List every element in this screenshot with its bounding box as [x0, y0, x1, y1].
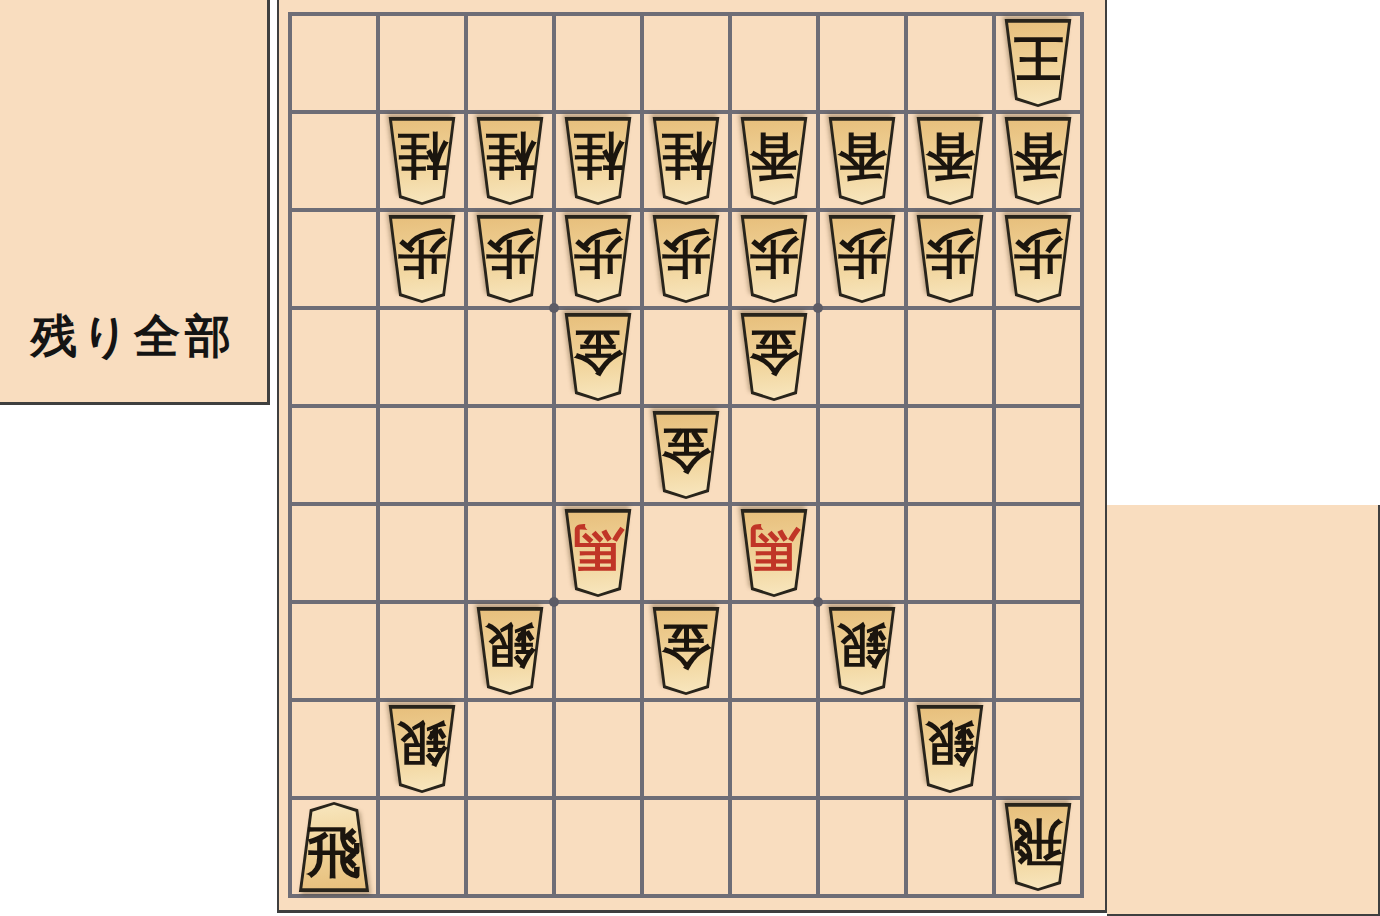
square-2f[interactable] [908, 506, 992, 600]
square-3h[interactable] [820, 702, 904, 796]
square-6e[interactable] [556, 408, 640, 502]
square-7c[interactable]: 歩 [468, 212, 552, 306]
piece-wood: 歩 [649, 215, 723, 303]
piece-wood: 銀 [913, 705, 987, 793]
square-9b[interactable] [292, 114, 376, 208]
square-4c[interactable]: 歩 [732, 212, 816, 306]
square-5a[interactable] [644, 16, 728, 110]
piece-wood: 銀 [385, 705, 459, 793]
piece-kanji: 歩 [397, 230, 447, 280]
square-5e[interactable]: 金 [644, 408, 728, 502]
square-7f[interactable] [468, 506, 552, 600]
square-6c[interactable]: 歩 [556, 212, 640, 306]
square-2e[interactable] [908, 408, 992, 502]
square-3b[interactable]: 香 [820, 114, 904, 208]
piece-sente-rook[interactable]: 飛 [295, 802, 373, 892]
piece-kanji: 金 [573, 328, 623, 378]
piece-wood: 銀 [473, 607, 547, 695]
piece-gote-pawn[interactable]: 歩 [473, 215, 547, 303]
square-5c[interactable]: 歩 [644, 212, 728, 306]
square-3c[interactable]: 歩 [820, 212, 904, 306]
square-9c[interactable] [292, 212, 376, 306]
square-1b[interactable]: 香 [996, 114, 1080, 208]
square-2d[interactable] [908, 310, 992, 404]
piece-kanji: 桂 [661, 132, 711, 182]
square-8h[interactable]: 銀 [380, 702, 464, 796]
square-9h[interactable] [292, 702, 376, 796]
square-6i[interactable] [556, 800, 640, 894]
piece-kanji: 香 [1013, 132, 1063, 182]
piece-gote-knight[interactable]: 桂 [385, 117, 459, 205]
piece-gote-rook[interactable]: 飛 [1001, 803, 1075, 891]
square-2h[interactable]: 銀 [908, 702, 992, 796]
piece-wood: 歩 [385, 215, 459, 303]
square-5d[interactable] [644, 310, 728, 404]
square-6h[interactable] [556, 702, 640, 796]
square-4b[interactable]: 香 [732, 114, 816, 208]
square-7b[interactable]: 桂 [468, 114, 552, 208]
square-1f[interactable] [996, 506, 1080, 600]
piece-kanji: 香 [837, 132, 887, 182]
piece-wood: 香 [1001, 117, 1075, 205]
piece-kanji: 金 [661, 622, 711, 672]
piece-wood: 歩 [825, 215, 899, 303]
piece-gote-promoted-bishop-horse[interactable]: 馬 [561, 509, 635, 597]
piece-wood: 桂 [649, 117, 723, 205]
square-6d[interactable]: 金 [556, 310, 640, 404]
square-4a[interactable] [732, 16, 816, 110]
square-9a[interactable] [292, 16, 376, 110]
star-point [813, 597, 823, 607]
piece-wood: 銀 [825, 607, 899, 695]
piece-kanji: 金 [749, 328, 799, 378]
square-7e[interactable] [468, 408, 552, 502]
piece-wood: 金 [737, 313, 811, 401]
piece-wood: 金 [649, 607, 723, 695]
square-6f[interactable]: 馬 [556, 506, 640, 600]
piece-wood: 馬 [737, 509, 811, 597]
piece-wood: 香 [825, 117, 899, 205]
square-9e[interactable] [292, 408, 376, 502]
square-2i[interactable] [908, 800, 992, 894]
piece-wood: 歩 [473, 215, 547, 303]
piece-kanji: 桂 [485, 132, 535, 182]
piece-gote-pawn[interactable]: 歩 [913, 215, 987, 303]
piece-kanji: 歩 [749, 230, 799, 280]
square-4g[interactable] [732, 604, 816, 698]
piece-kanji: 馬 [573, 524, 623, 574]
gote-hand-label: 残り全部 [31, 306, 236, 402]
piece-gote-gold[interactable]: 金 [561, 313, 635, 401]
piece-kanji: 飛 [307, 824, 362, 879]
shogi-board: 王桂桂桂桂香香香香歩歩歩歩歩歩歩歩金金金馬馬銀金銀銀銀飛飛 [277, 0, 1107, 913]
square-9g[interactable] [292, 604, 376, 698]
square-9d[interactable] [292, 310, 376, 404]
piece-kanji: 歩 [573, 230, 623, 280]
piece-gote-pawn[interactable]: 歩 [561, 215, 635, 303]
piece-wood: 王 [1001, 19, 1075, 107]
square-4d[interactable]: 金 [732, 310, 816, 404]
piece-wood: 飛 [295, 802, 373, 892]
piece-kanji: 銀 [485, 622, 535, 672]
square-8g[interactable] [380, 604, 464, 698]
square-4h[interactable] [732, 702, 816, 796]
square-7a[interactable] [468, 16, 552, 110]
piece-wood: 歩 [561, 215, 635, 303]
piece-gote-silver[interactable]: 銀 [913, 705, 987, 793]
square-2b[interactable]: 香 [908, 114, 992, 208]
piece-gote-pawn[interactable]: 歩 [1001, 215, 1075, 303]
square-9i[interactable]: 飛 [292, 800, 376, 894]
star-point [549, 303, 559, 313]
piece-kanji: 歩 [837, 230, 887, 280]
square-6a[interactable] [556, 16, 640, 110]
piece-wood: 歩 [913, 215, 987, 303]
piece-kanji: 金 [661, 426, 711, 476]
square-1e[interactable] [996, 408, 1080, 502]
square-1g[interactable] [996, 604, 1080, 698]
star-point [549, 597, 559, 607]
square-3f[interactable] [820, 506, 904, 600]
piece-wood: 金 [561, 313, 635, 401]
piece-wood: 桂 [473, 117, 547, 205]
square-7i[interactable] [468, 800, 552, 894]
square-8f[interactable] [380, 506, 464, 600]
square-8e[interactable] [380, 408, 464, 502]
square-2a[interactable] [908, 16, 992, 110]
square-7g[interactable]: 銀 [468, 604, 552, 698]
board-grid: 王桂桂桂桂香香香香歩歩歩歩歩歩歩歩金金金馬馬銀金銀銀銀飛飛 [288, 12, 1084, 898]
square-1a[interactable]: 王 [996, 16, 1080, 110]
piece-gote-silver[interactable]: 銀 [825, 607, 899, 695]
piece-gote-lance[interactable]: 香 [1001, 117, 1075, 205]
piece-kanji: 銀 [837, 622, 887, 672]
piece-kanji: 歩 [661, 230, 711, 280]
square-1i[interactable]: 飛 [996, 800, 1080, 894]
piece-gote-lance[interactable]: 香 [825, 117, 899, 205]
piece-gote-promoted-bishop-horse[interactable]: 馬 [737, 509, 811, 597]
square-9f[interactable] [292, 506, 376, 600]
piece-wood: 飛 [1001, 803, 1075, 891]
square-3e[interactable] [820, 408, 904, 502]
square-8d[interactable] [380, 310, 464, 404]
piece-kanji: 香 [749, 132, 799, 182]
piece-gote-king[interactable]: 王 [1001, 19, 1075, 107]
piece-gote-pawn[interactable]: 歩 [737, 215, 811, 303]
square-6b[interactable]: 桂 [556, 114, 640, 208]
square-3d[interactable] [820, 310, 904, 404]
piece-kanji: 香 [925, 132, 975, 182]
piece-wood: 金 [649, 411, 723, 499]
square-5b[interactable]: 桂 [644, 114, 728, 208]
square-3i[interactable] [820, 800, 904, 894]
square-1h[interactable] [996, 702, 1080, 796]
square-5f[interactable] [644, 506, 728, 600]
piece-gote-lance[interactable]: 香 [737, 117, 811, 205]
square-5h[interactable] [644, 702, 728, 796]
piece-gote-gold[interactable]: 金 [737, 313, 811, 401]
square-5i[interactable] [644, 800, 728, 894]
piece-kanji: 銀 [925, 720, 975, 770]
square-5g[interactable]: 金 [644, 604, 728, 698]
piece-gote-gold[interactable]: 金 [649, 411, 723, 499]
piece-wood: 歩 [737, 215, 811, 303]
square-4e[interactable] [732, 408, 816, 502]
piece-wood: 歩 [1001, 215, 1075, 303]
square-1c[interactable]: 歩 [996, 212, 1080, 306]
sente-piece-stand [1107, 505, 1380, 916]
piece-gote-pawn[interactable]: 歩 [649, 215, 723, 303]
piece-kanji: 飛 [1013, 818, 1063, 868]
square-8b[interactable]: 桂 [380, 114, 464, 208]
square-6g[interactable] [556, 604, 640, 698]
piece-gote-pawn[interactable]: 歩 [385, 215, 459, 303]
piece-gote-lance[interactable]: 香 [913, 117, 987, 205]
piece-gote-silver[interactable]: 銀 [385, 705, 459, 793]
piece-kanji: 歩 [925, 230, 975, 280]
piece-gote-pawn[interactable]: 歩 [825, 215, 899, 303]
piece-kanji: 銀 [397, 720, 447, 770]
piece-kanji: 馬 [749, 524, 799, 574]
piece-wood: 香 [913, 117, 987, 205]
piece-wood: 馬 [561, 509, 635, 597]
square-3a[interactable] [820, 16, 904, 110]
piece-kanji: 歩 [1013, 230, 1063, 280]
piece-gote-silver[interactable]: 銀 [473, 607, 547, 695]
piece-gote-knight[interactable]: 桂 [561, 117, 635, 205]
square-8a[interactable] [380, 16, 464, 110]
square-4i[interactable] [732, 800, 816, 894]
piece-wood: 桂 [561, 117, 635, 205]
square-7d[interactable] [468, 310, 552, 404]
piece-kanji: 歩 [485, 230, 535, 280]
piece-kanji: 王 [1013, 34, 1063, 84]
piece-kanji: 桂 [573, 132, 623, 182]
square-3g[interactable]: 銀 [820, 604, 904, 698]
square-2c[interactable]: 歩 [908, 212, 992, 306]
square-8i[interactable] [380, 800, 464, 894]
piece-wood: 香 [737, 117, 811, 205]
square-1d[interactable] [996, 310, 1080, 404]
gote-piece-stand: 残り全部 [0, 0, 270, 405]
piece-kanji: 桂 [397, 132, 447, 182]
piece-gote-gold[interactable]: 金 [649, 607, 723, 695]
square-7h[interactable] [468, 702, 552, 796]
piece-gote-knight[interactable]: 桂 [473, 117, 547, 205]
square-2g[interactable] [908, 604, 992, 698]
piece-wood: 桂 [385, 117, 459, 205]
piece-gote-knight[interactable]: 桂 [649, 117, 723, 205]
star-point [813, 303, 823, 313]
square-8c[interactable]: 歩 [380, 212, 464, 306]
square-4f[interactable]: 馬 [732, 506, 816, 600]
